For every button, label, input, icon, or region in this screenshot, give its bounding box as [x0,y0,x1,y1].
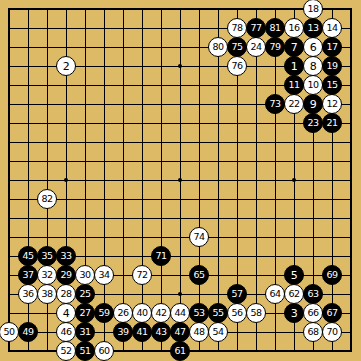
stone-white-76: 76 [227,56,247,76]
stone-white-58: 58 [246,303,266,323]
stone-black-23: 23 [303,113,323,133]
stone-white-30: 30 [75,265,95,285]
stone-black-31: 31 [75,322,95,342]
stone-black-55: 55 [208,303,228,323]
stone-black-21: 21 [322,113,342,133]
stone-white-36: 36 [18,284,38,304]
stone-white-26: 26 [113,303,133,323]
stone-white-2: 2 [56,56,76,76]
stone-black-51: 51 [75,341,95,361]
stone-white-10: 10 [303,75,323,95]
stone-white-48: 48 [189,322,209,342]
star-point [178,292,182,296]
stone-black-53: 53 [189,303,209,323]
stone-black-79: 79 [265,37,285,57]
star-point [178,178,182,182]
stone-white-14: 14 [322,18,342,38]
stone-white-80: 80 [208,37,228,57]
stone-black-39: 39 [113,322,133,342]
stone-black-13: 13 [303,18,323,38]
stone-white-62: 62 [284,284,304,304]
stone-white-72: 72 [132,265,152,285]
stone-white-50: 50 [0,322,19,342]
stone-white-12: 12 [322,94,342,114]
stone-black-63: 63 [303,284,323,304]
star-point [178,64,182,68]
stone-white-70: 70 [322,322,342,342]
stone-black-11: 11 [284,75,304,95]
stone-white-64: 64 [265,284,285,304]
stone-white-28: 28 [56,284,76,304]
stone-white-34: 34 [94,265,114,285]
stone-white-60: 60 [94,341,114,361]
stone-white-82: 82 [37,189,57,209]
stone-black-47: 47 [170,322,190,342]
stone-white-54: 54 [208,322,228,342]
stone-white-56: 56 [227,303,247,323]
stone-white-8: 8 [303,56,323,76]
stone-white-40: 40 [132,303,152,323]
star-point [64,178,68,182]
stone-black-19: 19 [322,56,342,76]
stone-white-78: 78 [227,18,247,38]
stone-black-75: 75 [227,37,247,57]
stone-white-52: 52 [56,341,76,361]
stone-white-32: 32 [37,265,57,285]
stone-black-43: 43 [151,322,171,342]
stone-black-59: 59 [94,303,114,323]
stone-white-6: 6 [303,37,323,57]
stone-black-17: 17 [322,37,342,57]
stone-white-24: 24 [246,37,266,57]
stone-white-66: 66 [303,303,323,323]
go-board[interactable]: 1234567891011121314151617181921222324252… [0,0,361,361]
stone-white-74: 74 [189,227,209,247]
stone-black-41: 41 [132,322,152,342]
stone-white-22: 22 [284,94,304,114]
stone-black-29: 29 [56,265,76,285]
stone-black-57: 57 [227,284,247,304]
stone-black-61: 61 [170,341,190,361]
stone-black-7: 7 [284,37,304,57]
stone-black-35: 35 [37,246,57,266]
stone-white-4: 4 [56,303,76,323]
stone-white-44: 44 [170,303,190,323]
stone-black-33: 33 [56,246,76,266]
stone-black-27: 27 [75,303,95,323]
stone-white-18: 18 [303,0,323,19]
stone-black-37: 37 [18,265,38,285]
stone-black-45: 45 [18,246,38,266]
stone-black-65: 65 [189,265,209,285]
stone-white-46: 46 [56,322,76,342]
stone-black-77: 77 [246,18,266,38]
stone-black-3: 3 [284,303,304,323]
stone-black-9: 9 [303,94,323,114]
stone-black-71: 71 [151,246,171,266]
stone-white-68: 68 [303,322,323,342]
stone-black-81: 81 [265,18,285,38]
stone-black-49: 49 [18,322,38,342]
stone-black-67: 67 [322,303,342,323]
stone-black-69: 69 [322,265,342,285]
star-point [292,178,296,182]
stone-black-5: 5 [284,265,304,285]
stone-black-25: 25 [75,284,95,304]
stone-black-1: 1 [284,56,304,76]
stone-white-38: 38 [37,284,57,304]
stone-white-16: 16 [284,18,304,38]
stone-black-15: 15 [322,75,342,95]
stone-black-73: 73 [265,94,285,114]
stone-white-42: 42 [151,303,171,323]
